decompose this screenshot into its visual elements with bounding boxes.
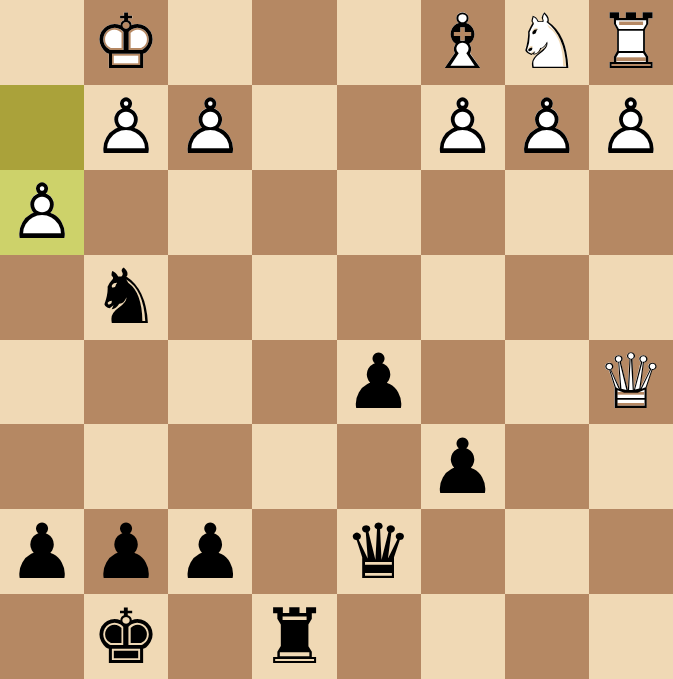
square-d8[interactable] xyxy=(337,594,421,679)
black-king-glyph: ♚ xyxy=(84,594,168,679)
square-f4[interactable] xyxy=(168,255,252,340)
square-c5[interactable] xyxy=(421,340,505,425)
square-e1[interactable] xyxy=(252,0,336,85)
black-queen[interactable]: ♛ xyxy=(337,509,421,594)
black-queen-glyph: ♛ xyxy=(337,509,421,594)
square-b1[interactable]: ♞♘ xyxy=(505,0,589,85)
square-f8[interactable] xyxy=(168,594,252,679)
square-h8[interactable] xyxy=(0,594,84,679)
square-e3[interactable] xyxy=(252,170,336,255)
square-b5[interactable] xyxy=(505,340,589,425)
square-h7[interactable]: ♟ xyxy=(0,509,84,594)
white-pawn[interactable]: ♟♙ xyxy=(589,85,673,170)
square-g5[interactable] xyxy=(84,340,168,425)
square-h5[interactable] xyxy=(0,340,84,425)
square-h2[interactable] xyxy=(0,85,84,170)
square-a7[interactable] xyxy=(589,509,673,594)
square-h4[interactable] xyxy=(0,255,84,340)
white-king-outline: ♔ xyxy=(84,0,168,85)
black-pawn-glyph: ♟ xyxy=(168,509,252,594)
white-pawn[interactable]: ♟♙ xyxy=(421,85,505,170)
square-e6[interactable] xyxy=(252,424,336,509)
white-pawn-outline: ♙ xyxy=(421,85,505,170)
square-f6[interactable] xyxy=(168,424,252,509)
square-c2[interactable]: ♟♙ xyxy=(421,85,505,170)
white-pawn-outline: ♙ xyxy=(589,85,673,170)
square-d7[interactable]: ♛ xyxy=(337,509,421,594)
black-rook-glyph: ♜ xyxy=(252,594,336,679)
square-c4[interactable] xyxy=(421,255,505,340)
square-b4[interactable] xyxy=(505,255,589,340)
white-pawn[interactable]: ♟♙ xyxy=(84,85,168,170)
square-d3[interactable] xyxy=(337,170,421,255)
white-pawn[interactable]: ♟♙ xyxy=(505,85,589,170)
square-d5[interactable]: ♟ xyxy=(337,340,421,425)
square-a6[interactable] xyxy=(589,424,673,509)
white-bishop[interactable]: ♝♗ xyxy=(421,0,505,85)
white-queen[interactable]: ♛♕ xyxy=(589,340,673,425)
square-d1[interactable] xyxy=(337,0,421,85)
white-queen-outline: ♕ xyxy=(589,340,673,425)
black-knight[interactable]: ♞ xyxy=(84,255,168,340)
black-king[interactable]: ♚ xyxy=(84,594,168,679)
black-pawn[interactable]: ♟ xyxy=(421,424,505,509)
square-b8[interactable] xyxy=(505,594,589,679)
square-f7[interactable]: ♟ xyxy=(168,509,252,594)
square-e7[interactable] xyxy=(252,509,336,594)
black-pawn[interactable]: ♟ xyxy=(84,509,168,594)
square-e2[interactable] xyxy=(252,85,336,170)
square-b6[interactable] xyxy=(505,424,589,509)
square-a3[interactable] xyxy=(589,170,673,255)
square-f1[interactable] xyxy=(168,0,252,85)
white-rook-outline: ♖ xyxy=(589,0,673,85)
square-e8[interactable]: ♜ xyxy=(252,594,336,679)
square-c6[interactable]: ♟ xyxy=(421,424,505,509)
white-king[interactable]: ♚♔ xyxy=(84,0,168,85)
black-pawn-glyph: ♟ xyxy=(0,509,84,594)
square-g8[interactable]: ♚ xyxy=(84,594,168,679)
black-pawn-glyph: ♟ xyxy=(421,424,505,509)
white-knight-outline: ♘ xyxy=(505,0,589,85)
white-bishop-outline: ♗ xyxy=(421,0,505,85)
white-rook[interactable]: ♜♖ xyxy=(589,0,673,85)
square-g6[interactable] xyxy=(84,424,168,509)
white-pawn[interactable]: ♟♙ xyxy=(0,170,84,255)
square-h6[interactable] xyxy=(0,424,84,509)
square-a2[interactable]: ♟♙ xyxy=(589,85,673,170)
white-pawn-outline: ♙ xyxy=(505,85,589,170)
square-f2[interactable]: ♟♙ xyxy=(168,85,252,170)
square-g3[interactable] xyxy=(84,170,168,255)
square-c3[interactable] xyxy=(421,170,505,255)
square-b2[interactable]: ♟♙ xyxy=(505,85,589,170)
square-c1[interactable]: ♝♗ xyxy=(421,0,505,85)
black-rook[interactable]: ♜ xyxy=(252,594,336,679)
square-b3[interactable] xyxy=(505,170,589,255)
square-c8[interactable] xyxy=(421,594,505,679)
square-f5[interactable] xyxy=(168,340,252,425)
black-pawn[interactable]: ♟ xyxy=(0,509,84,594)
square-g2[interactable]: ♟♙ xyxy=(84,85,168,170)
square-g4[interactable]: ♞ xyxy=(84,255,168,340)
black-pawn[interactable]: ♟ xyxy=(168,509,252,594)
square-e5[interactable] xyxy=(252,340,336,425)
square-d2[interactable] xyxy=(337,85,421,170)
white-knight[interactable]: ♞♘ xyxy=(505,0,589,85)
square-f3[interactable] xyxy=(168,170,252,255)
square-b7[interactable] xyxy=(505,509,589,594)
black-pawn-glyph: ♟ xyxy=(337,340,421,425)
square-c7[interactable] xyxy=(421,509,505,594)
square-a1[interactable]: ♜♖ xyxy=(589,0,673,85)
square-h1[interactable] xyxy=(0,0,84,85)
white-pawn-outline: ♙ xyxy=(0,170,84,255)
square-d6[interactable] xyxy=(337,424,421,509)
square-h3[interactable]: ♟♙ xyxy=(0,170,84,255)
black-pawn-glyph: ♟ xyxy=(84,509,168,594)
square-d4[interactable] xyxy=(337,255,421,340)
square-a8[interactable] xyxy=(589,594,673,679)
black-knight-glyph: ♞ xyxy=(84,255,168,340)
square-e4[interactable] xyxy=(252,255,336,340)
chess-board-container: ♚♔♝♗♞♘♜♖♟♙♟♙♟♙♟♙♟♙♟♙♞♟♛♕♟♟♟♟♛♚♜ xyxy=(0,0,673,679)
chess-board: ♚♔♝♗♞♘♜♖♟♙♟♙♟♙♟♙♟♙♟♙♞♟♛♕♟♟♟♟♛♚♜ xyxy=(0,0,673,679)
square-a4[interactable] xyxy=(589,255,673,340)
black-pawn[interactable]: ♟ xyxy=(337,340,421,425)
square-g1[interactable]: ♚♔ xyxy=(84,0,168,85)
square-g7[interactable]: ♟ xyxy=(84,509,168,594)
square-a5[interactable]: ♛♕ xyxy=(589,340,673,425)
white-pawn-outline: ♙ xyxy=(168,85,252,170)
white-pawn-outline: ♙ xyxy=(84,85,168,170)
white-pawn[interactable]: ♟♙ xyxy=(168,85,252,170)
